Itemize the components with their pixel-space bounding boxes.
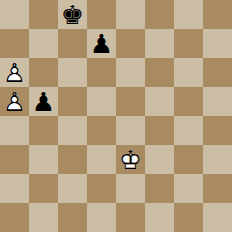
- square-h4[interactable]: [203, 116, 232, 145]
- square-e7[interactable]: [116, 29, 145, 58]
- square-c3[interactable]: [58, 145, 87, 174]
- square-d8[interactable]: [87, 0, 116, 29]
- black-pawn-glyph: ♟: [29, 87, 58, 116]
- square-h7[interactable]: [203, 29, 232, 58]
- square-g5[interactable]: [174, 87, 203, 116]
- square-g2[interactable]: [174, 174, 203, 203]
- square-a1[interactable]: [0, 203, 29, 232]
- square-c8[interactable]: ♚: [58, 0, 87, 29]
- square-d6[interactable]: [87, 58, 116, 87]
- square-f6[interactable]: [145, 58, 174, 87]
- square-g8[interactable]: [174, 0, 203, 29]
- square-g6[interactable]: [174, 58, 203, 87]
- square-h6[interactable]: [203, 58, 232, 87]
- square-h1[interactable]: [203, 203, 232, 232]
- white-king[interactable]: ♚♔: [116, 145, 145, 174]
- square-f2[interactable]: [145, 174, 174, 203]
- square-a2[interactable]: [0, 174, 29, 203]
- square-h2[interactable]: [203, 174, 232, 203]
- square-g7[interactable]: [174, 29, 203, 58]
- square-d4[interactable]: [87, 116, 116, 145]
- square-b1[interactable]: [29, 203, 58, 232]
- square-h8[interactable]: [203, 0, 232, 29]
- square-d5[interactable]: [87, 87, 116, 116]
- square-e5[interactable]: [116, 87, 145, 116]
- square-h3[interactable]: [203, 145, 232, 174]
- black-king[interactable]: ♚: [58, 0, 87, 29]
- square-g3[interactable]: [174, 145, 203, 174]
- square-a8[interactable]: [0, 0, 29, 29]
- square-e2[interactable]: [116, 174, 145, 203]
- square-a5[interactable]: ♟♙: [0, 87, 29, 116]
- black-king-glyph: ♚: [58, 0, 87, 29]
- white-king-outline: ♔: [116, 145, 145, 174]
- square-c1[interactable]: [58, 203, 87, 232]
- square-e3[interactable]: ♚♔: [116, 145, 145, 174]
- white-pawn-outline: ♙: [0, 58, 29, 87]
- square-d7[interactable]: ♟: [87, 29, 116, 58]
- black-pawn[interactable]: ♟: [87, 29, 116, 58]
- square-g4[interactable]: [174, 116, 203, 145]
- square-c6[interactable]: [58, 58, 87, 87]
- square-e8[interactable]: [116, 0, 145, 29]
- black-pawn[interactable]: ♟: [29, 87, 58, 116]
- square-e1[interactable]: [116, 203, 145, 232]
- square-h5[interactable]: [203, 87, 232, 116]
- square-d2[interactable]: [87, 174, 116, 203]
- square-f5[interactable]: [145, 87, 174, 116]
- square-c7[interactable]: [58, 29, 87, 58]
- square-f3[interactable]: [145, 145, 174, 174]
- square-f7[interactable]: [145, 29, 174, 58]
- chess-board: ♚♟♟♙♟♙♟♚♔: [0, 0, 232, 232]
- square-f8[interactable]: [145, 0, 174, 29]
- square-c5[interactable]: [58, 87, 87, 116]
- square-a7[interactable]: [0, 29, 29, 58]
- square-b2[interactable]: [29, 174, 58, 203]
- square-b5[interactable]: ♟: [29, 87, 58, 116]
- white-pawn-outline: ♙: [0, 87, 29, 116]
- square-a3[interactable]: [0, 145, 29, 174]
- square-c2[interactable]: [58, 174, 87, 203]
- square-c4[interactable]: [58, 116, 87, 145]
- square-b8[interactable]: [29, 0, 58, 29]
- square-b6[interactable]: [29, 58, 58, 87]
- square-a6[interactable]: ♟♙: [0, 58, 29, 87]
- square-e4[interactable]: [116, 116, 145, 145]
- square-d3[interactable]: [87, 145, 116, 174]
- square-f4[interactable]: [145, 116, 174, 145]
- white-pawn[interactable]: ♟♙: [0, 58, 29, 87]
- white-pawn[interactable]: ♟♙: [0, 87, 29, 116]
- square-b3[interactable]: [29, 145, 58, 174]
- square-g1[interactable]: [174, 203, 203, 232]
- square-f1[interactable]: [145, 203, 174, 232]
- square-b7[interactable]: [29, 29, 58, 58]
- black-pawn-glyph: ♟: [87, 29, 116, 58]
- square-d1[interactable]: [87, 203, 116, 232]
- square-a4[interactable]: [0, 116, 29, 145]
- square-e6[interactable]: [116, 58, 145, 87]
- square-b4[interactable]: [29, 116, 58, 145]
